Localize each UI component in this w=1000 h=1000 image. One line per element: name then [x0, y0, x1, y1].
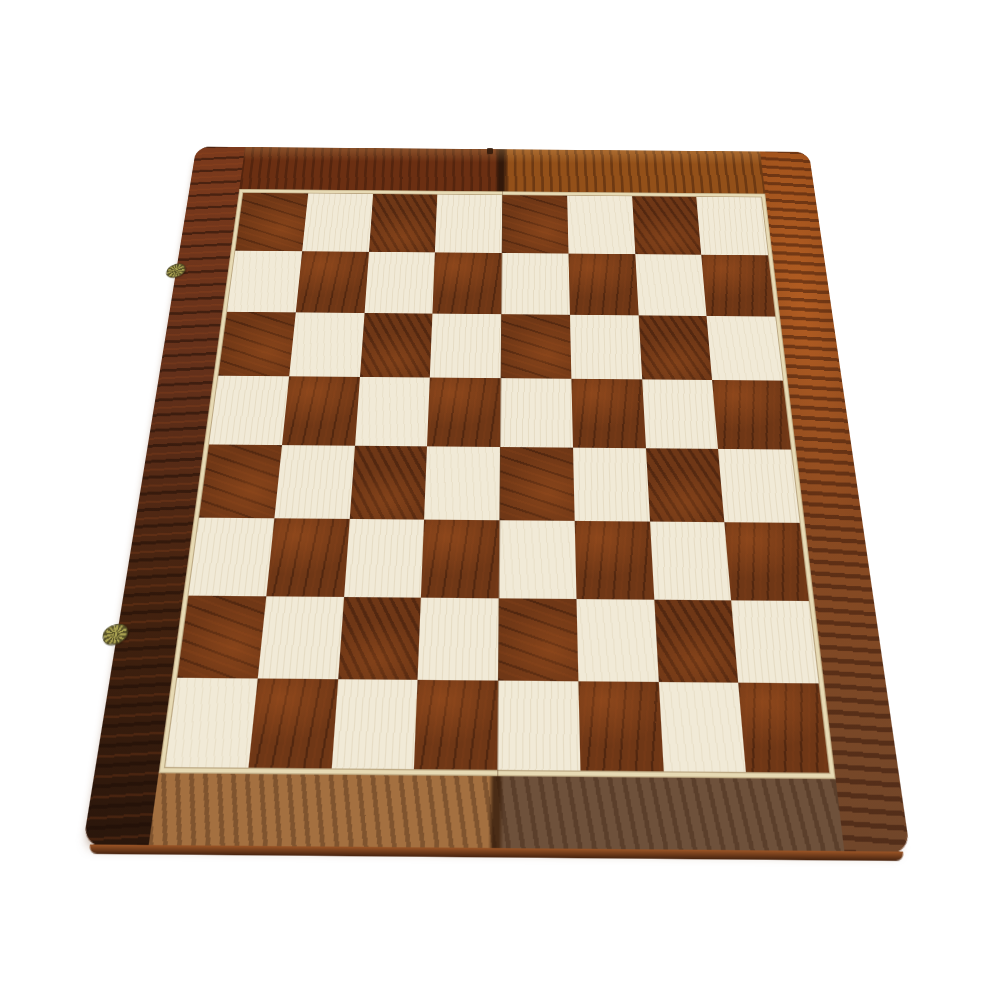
square-g7[interactable] [635, 254, 707, 316]
square-c4[interactable] [349, 446, 427, 520]
square-h4[interactable] [718, 449, 799, 523]
square-f6[interactable] [570, 314, 642, 379]
square-b8[interactable] [302, 193, 373, 251]
square-b7[interactable] [296, 251, 369, 313]
square-e1[interactable] [497, 681, 580, 771]
square-h2[interactable] [731, 600, 818, 684]
square-b1[interactable] [248, 679, 337, 769]
square-b4[interactable] [274, 445, 354, 519]
square-d5[interactable] [427, 378, 500, 447]
square-d7[interactable] [433, 252, 502, 314]
square-f3[interactable] [574, 521, 653, 599]
square-f2[interactable] [576, 598, 658, 682]
square-d4[interactable] [424, 446, 500, 520]
square-f8[interactable] [567, 196, 635, 254]
square-g6[interactable] [638, 315, 712, 380]
square-d8[interactable] [435, 195, 502, 253]
square-d6[interactable] [430, 313, 501, 378]
square-d3[interactable] [421, 519, 499, 597]
square-a3[interactable] [189, 517, 275, 595]
square-c8[interactable] [369, 194, 438, 252]
square-a4[interactable] [199, 444, 282, 518]
square-h8[interactable] [696, 197, 768, 255]
square-a2[interactable] [177, 595, 266, 679]
photo-background [0, 0, 1000, 1000]
square-d1[interactable] [414, 680, 498, 770]
square-c2[interactable] [338, 596, 422, 680]
square-h5[interactable] [712, 380, 791, 449]
top-seam-notch [487, 148, 493, 155]
square-b2[interactable] [257, 596, 343, 680]
frame-top-piece [239, 147, 765, 194]
square-g5[interactable] [642, 380, 719, 449]
square-g3[interactable] [649, 521, 731, 600]
square-h7[interactable] [701, 255, 775, 317]
square-a1[interactable] [165, 678, 257, 768]
square-g8[interactable] [632, 196, 702, 254]
frame-bottom-piece [149, 773, 845, 852]
square-a7[interactable] [227, 250, 302, 312]
square-f7[interactable] [568, 253, 638, 315]
square-a8[interactable] [235, 193, 308, 251]
square-b6[interactable] [289, 312, 364, 377]
square-c7[interactable] [364, 252, 435, 314]
square-e4[interactable] [499, 447, 574, 521]
square-b5[interactable] [282, 377, 360, 446]
square-h3[interactable] [725, 522, 809, 601]
square-e5[interactable] [500, 378, 573, 447]
chess-board [83, 147, 911, 853]
square-e8[interactable] [502, 195, 569, 253]
square-d2[interactable] [418, 597, 499, 681]
square-f4[interactable] [573, 448, 650, 522]
square-b3[interactable] [266, 518, 349, 596]
square-h1[interactable] [738, 683, 829, 773]
square-e3[interactable] [499, 520, 577, 598]
square-e6[interactable] [501, 314, 572, 379]
square-c5[interactable] [355, 377, 431, 446]
square-g1[interactable] [658, 682, 746, 772]
square-g2[interactable] [654, 599, 739, 683]
square-c6[interactable] [359, 313, 432, 378]
square-g4[interactable] [645, 448, 724, 522]
square-e2[interactable] [498, 598, 578, 682]
square-e7[interactable] [501, 253, 570, 315]
square-f1[interactable] [578, 682, 663, 772]
square-h6[interactable] [707, 316, 783, 381]
square-a5[interactable] [209, 376, 289, 445]
square-a6[interactable] [218, 311, 295, 376]
square-c1[interactable] [331, 679, 418, 769]
square-c3[interactable] [344, 519, 425, 597]
square-f5[interactable] [571, 379, 645, 448]
